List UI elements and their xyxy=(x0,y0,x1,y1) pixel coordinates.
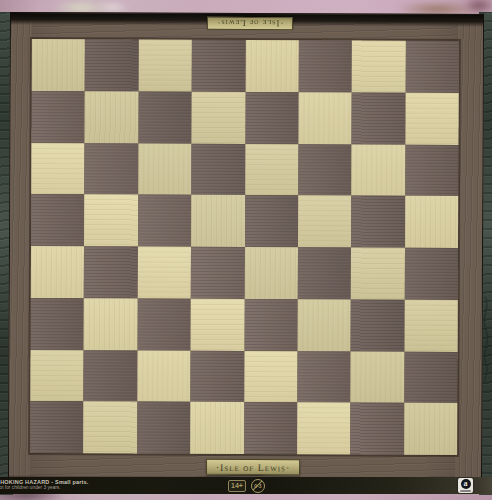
square-a1[interactable] xyxy=(30,401,84,453)
square-g6[interactable] xyxy=(351,144,405,196)
publisher-logo-text xyxy=(460,490,471,492)
square-f5[interactable] xyxy=(298,195,352,247)
square-g2[interactable] xyxy=(351,351,405,403)
square-b7[interactable] xyxy=(85,91,139,143)
square-h2[interactable] xyxy=(404,351,458,403)
square-g3[interactable] xyxy=(351,299,405,351)
square-g4[interactable] xyxy=(351,247,405,299)
square-a6[interactable] xyxy=(31,143,85,195)
square-b3[interactable] xyxy=(84,298,138,350)
background-blur-white xyxy=(96,2,130,13)
age-rating-badge: 14+ xyxy=(228,480,246,492)
chessboard: ·Isle of Lewis· ·Isle of Lewis· xyxy=(8,12,484,483)
board-grid xyxy=(30,39,459,455)
square-e1[interactable] xyxy=(244,402,298,454)
square-c1[interactable] xyxy=(137,402,191,454)
photo-scene: ·Isle of Lewis· ·Isle of Lewis· CHOKING … xyxy=(0,0,492,500)
square-d8[interactable] xyxy=(192,40,246,92)
square-c2[interactable] xyxy=(137,350,191,402)
square-h7[interactable] xyxy=(405,92,459,144)
square-e8[interactable] xyxy=(245,40,299,92)
square-e2[interactable] xyxy=(244,350,298,402)
square-h6[interactable] xyxy=(405,144,459,196)
square-d5[interactable] xyxy=(191,195,245,247)
board-frame-right xyxy=(455,15,483,482)
square-d7[interactable] xyxy=(192,92,246,144)
square-h5[interactable] xyxy=(405,196,459,248)
square-d1[interactable] xyxy=(190,402,244,454)
square-a2[interactable] xyxy=(30,350,84,402)
board-frame-left xyxy=(9,13,32,480)
square-f4[interactable] xyxy=(298,247,352,299)
square-g7[interactable] xyxy=(352,92,406,144)
square-e7[interactable] xyxy=(245,92,299,144)
square-f3[interactable] xyxy=(297,299,351,351)
brass-plaque-top: ·Isle of Lewis· xyxy=(207,17,293,30)
square-e5[interactable] xyxy=(245,195,299,247)
square-c8[interactable] xyxy=(138,40,192,92)
square-d3[interactable] xyxy=(191,299,245,351)
square-f1[interactable] xyxy=(297,402,351,454)
choking-hazard-warning: CHOKING HAZARD - Small parts. Not for ch… xyxy=(0,479,89,491)
square-g1[interactable] xyxy=(350,403,404,455)
square-h4[interactable] xyxy=(404,248,458,300)
square-g8[interactable] xyxy=(352,40,406,92)
square-e4[interactable] xyxy=(244,247,298,299)
publisher-logo: a xyxy=(458,478,473,493)
square-c6[interactable] xyxy=(138,143,192,195)
square-c5[interactable] xyxy=(138,195,192,247)
square-g5[interactable] xyxy=(351,196,405,248)
square-d4[interactable] xyxy=(191,247,245,299)
square-a7[interactable] xyxy=(31,91,85,143)
square-f6[interactable] xyxy=(298,144,352,196)
square-a8[interactable] xyxy=(32,39,86,91)
square-a4[interactable] xyxy=(31,246,85,298)
square-e3[interactable] xyxy=(244,299,298,351)
publisher-logo-letter: a xyxy=(461,479,471,489)
square-a3[interactable] xyxy=(31,298,85,350)
brass-plaque-bottom: ·Isle of Lewis· xyxy=(206,459,300,475)
square-b5[interactable] xyxy=(84,195,138,247)
box-bottom-band: CHOKING HAZARD - Small parts. Not for ch… xyxy=(0,477,492,494)
square-f8[interactable] xyxy=(299,40,353,92)
square-b4[interactable] xyxy=(84,246,138,298)
square-h1[interactable] xyxy=(404,403,458,455)
square-a5[interactable] xyxy=(31,194,85,246)
square-f7[interactable] xyxy=(298,92,352,144)
square-b8[interactable] xyxy=(85,39,139,91)
square-f2[interactable] xyxy=(297,351,351,403)
square-c4[interactable] xyxy=(138,247,192,299)
square-h8[interactable] xyxy=(405,41,459,93)
not-for-under-3-icon: 0-3 xyxy=(251,479,265,493)
square-e6[interactable] xyxy=(245,143,299,195)
warning-line-2: Not for children under 3 years. xyxy=(0,485,89,491)
square-b6[interactable] xyxy=(85,143,139,195)
square-h3[interactable] xyxy=(404,299,458,351)
square-c3[interactable] xyxy=(137,298,191,350)
square-b1[interactable] xyxy=(83,402,137,454)
square-c7[interactable] xyxy=(138,91,192,143)
square-d6[interactable] xyxy=(191,143,245,195)
square-d2[interactable] xyxy=(190,350,244,402)
square-b2[interactable] xyxy=(84,350,138,402)
age-rating-icons: 14+ 0-3 xyxy=(228,479,265,493)
